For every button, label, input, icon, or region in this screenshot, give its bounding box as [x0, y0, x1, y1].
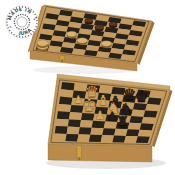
light-square [60, 89, 74, 98]
box-front-face [48, 144, 152, 162]
chess-piece-natural-pawn: ♟ [95, 108, 105, 122]
light-square [142, 117, 156, 124]
light-square [131, 110, 145, 117]
dark-square [136, 136, 150, 143]
light-square [77, 134, 90, 141]
light-square [67, 127, 80, 135]
dark-square [140, 123, 154, 130]
dark-square [147, 97, 161, 105]
dark-square [65, 134, 78, 142]
light-square [56, 119, 69, 127]
dark-square [143, 110, 157, 117]
light-square [138, 130, 152, 137]
dark-square [61, 82, 75, 91]
light-square [128, 123, 142, 130]
light-square [54, 134, 67, 142]
draughts-disc-light [101, 41, 111, 48]
light-square [101, 135, 114, 142]
light-square [69, 112, 82, 120]
draughts-disc-dark [85, 18, 93, 24]
dark-square [59, 97, 73, 105]
product-photo: ♛♛♚♟♝♝♚♞♞♟♟♜ MADE IN JURA ✶ ✶ [0, 0, 175, 175]
brass-latch [60, 56, 64, 62]
chess-piece-black-king: ♚ [135, 88, 149, 106]
draughts-disc-light [77, 38, 87, 45]
light-square [124, 136, 138, 143]
light-square [149, 91, 164, 99]
dark-square [57, 111, 70, 119]
chess-piece-black-rook: ♜ [116, 113, 129, 130]
light-square [58, 104, 71, 112]
made-in-jura-badge: MADE IN JURA ✶ ✶ [0, 0, 44, 44]
closed-chess-box: ♛♛♚♟♝♝♚♞♞♟♟♜ [48, 74, 173, 162]
dark-square [89, 135, 102, 142]
draughts-disc-dark [109, 22, 117, 28]
dark-square [129, 116, 143, 123]
light-square [80, 120, 93, 128]
draughts-disc-dark [95, 25, 104, 32]
dark-square [79, 127, 92, 135]
draughts-disc-light [67, 31, 77, 38]
brass-latch [77, 146, 81, 160]
dark-square [102, 128, 116, 135]
open-checkers-board [28, 5, 155, 71]
light-square [90, 128, 103, 135]
dark-square [126, 129, 140, 136]
dark-square [112, 136, 126, 143]
dark-square [68, 119, 81, 127]
dark-square [55, 126, 68, 134]
